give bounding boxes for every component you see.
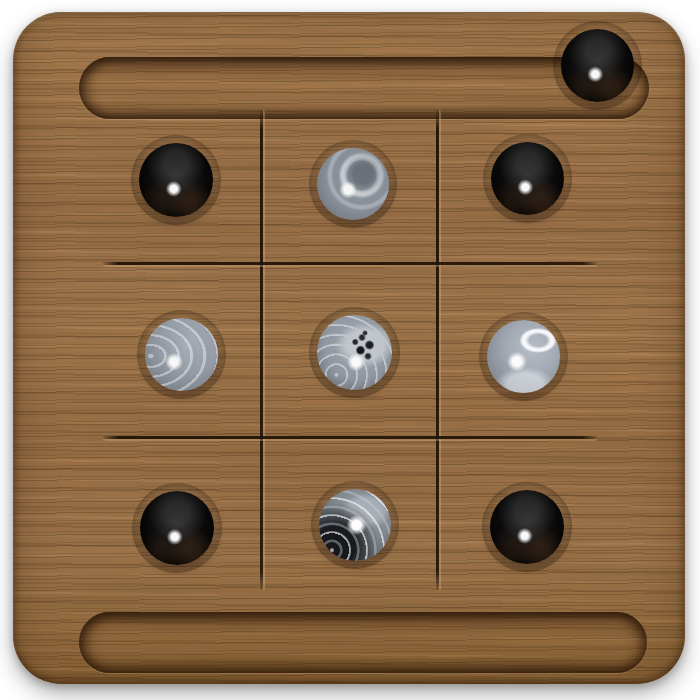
marble-gray-r2c3[interactable]: [487, 320, 560, 393]
marble-black-r3c3[interactable]: [490, 490, 564, 564]
marble-gray-r2c2[interactable]: [317, 315, 392, 390]
marble-gray-r2c1[interactable]: [145, 318, 218, 391]
photo-background: [0, 0, 700, 700]
marble-black-r1c1[interactable]: [139, 143, 213, 217]
marble-gray-r3c2[interactable]: [319, 489, 391, 561]
marble-black-r1c3[interactable]: [491, 142, 564, 215]
marble-gray-r1c2[interactable]: [317, 148, 389, 220]
marble-black-off-board-top-right[interactable]: [561, 29, 634, 102]
bottom-marble-tray: [79, 612, 647, 673]
marble-black-r3c1[interactable]: [140, 491, 214, 565]
